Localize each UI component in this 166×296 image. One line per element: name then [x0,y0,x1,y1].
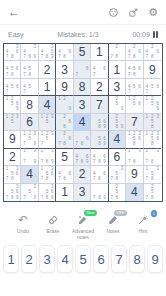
pencil-marks: 4578 [22,62,37,77]
pencil-marks: 1256 [127,97,142,112]
cell-r4c5[interactable]: 3 [74,96,91,113]
digit: 1 [61,186,68,198]
pencil-marks: 24678 [127,45,142,60]
notes-label: Notes [106,228,119,234]
undo-label: Undo [17,228,29,234]
pencil-marks: 4678 [57,167,72,182]
cell-r5c8[interactable]: 7 [126,114,143,131]
cell-r2c3[interactable]: 2 [39,61,56,78]
cell-r8c4[interactable]: 4678 [56,166,73,183]
cell-r4c7[interactable]: 259 [109,96,126,113]
advanced-notes-badge: New [84,210,97,216]
numpad-2[interactable]: 2 [21,245,37,273]
cell-r4c3[interactable]: 4 [39,96,56,113]
cell-r2c7[interactable]: 1 [109,61,126,78]
pencil-marks: 356789 [5,184,20,200]
mistakes-counter: Mistakes: 1/3 [57,31,98,38]
cell-r1c3[interactable]: 346789 [39,44,56,61]
cell-r9c6[interactable]: 789 [91,184,108,201]
cell-r5c2[interactable]: 6 [21,114,38,131]
numpad: 123456789 [0,245,166,273]
hint-icon [137,213,149,226]
cell-r7c4[interactable]: 5 [56,149,73,166]
pencil-marks: 678 [74,132,89,147]
cell-r7c9[interactable]: 1378 [144,149,161,166]
pencil-marks: 4567 [144,79,160,94]
digit: 3 [79,99,86,111]
cell-r2c2[interactable]: 4578 [21,61,38,78]
digit: 6 [26,116,33,128]
numpad-5[interactable]: 5 [75,245,91,273]
cell-r2c1[interactable]: 45678 [4,61,21,78]
cell-r2c6[interactable]: 467 [91,61,108,78]
cell-r4c2[interactable]: 8 [21,96,38,113]
digit: 6 [114,151,121,163]
digit: 7 [131,116,138,128]
cell-r6c7[interactable]: 4 [109,131,126,148]
cell-r9c7[interactable]: 2578 [109,184,126,201]
cell-r3c8[interactable]: 4567 [126,79,143,96]
cell-r9c8[interactable]: 4 [126,184,143,201]
digit: 2 [96,81,103,93]
cell-r7c8[interactable]: 1378 [126,149,143,166]
pencil-marks: 135678 [5,167,20,182]
digit: 4 [79,116,86,128]
numpad-3[interactable]: 3 [39,245,55,273]
undo-icon: ↶ [18,213,28,226]
pencil-marks: 129 [57,97,72,112]
cell-r3c3[interactable]: 1 [39,79,56,96]
pencil-marks: 123568 [127,132,142,147]
digit: 9 [131,168,138,180]
pencil-marks: 1379 [22,149,37,164]
cell-r1c1[interactable]: 34678 [4,44,21,61]
difficulty-label: Easy [8,31,24,38]
pencil-marks: 46789 [92,149,107,164]
cell-r2c9[interactable]: 9 [144,61,161,78]
pencil-marks: 3579 [22,184,37,200]
pencil-marks: 1235 [39,114,54,129]
cell-r5c9[interactable]: 12358 [144,114,161,131]
digit: 9 [149,64,156,76]
pencil-marks: 2678 [57,132,72,147]
digit: 3 [79,186,86,198]
pencil-marks: 12569 [5,97,20,112]
pencil-marks: 4678 [57,45,72,60]
cell-r4c4[interactable]: 129 [56,96,73,113]
cell-r4c1[interactable]: 12569 [4,96,21,113]
cell-r3c2[interactable]: 457 [21,79,38,96]
cell-r5c1[interactable]: 1235 [4,114,21,131]
settings-icon[interactable]: ⚙ [148,7,158,18]
digit: 1 [114,64,121,76]
digit: 2 [44,64,51,76]
hint-label: Hint [139,228,148,234]
sudoku-grid: 3467834789346789467851278246782467845678… [4,44,161,201]
cell-r2c4[interactable]: 3 [56,61,73,78]
pencil-marks: 789 [92,184,107,200]
cell-r3c5[interactable]: 8 [74,79,91,96]
pencil-marks: 45678 [127,62,142,77]
advanced-notes-button[interactable]: New Advanced notes [68,213,98,240]
pencil-marks: 268 [57,114,72,129]
digit: 9 [9,133,16,145]
notes-badge: OFF [114,210,127,216]
timer: 00:09 [132,31,150,38]
cell-r1c7[interactable]: 278 [109,44,126,61]
cell-r6c8[interactable]: 123568 [126,131,143,148]
cell-r9c4[interactable]: 1 [56,184,73,201]
cell-r6c6[interactable]: 5689 [91,131,108,148]
cell-r3c4[interactable]: 9 [56,79,73,96]
cell-r1c4[interactable]: 4678 [56,44,73,61]
cell-r6c3[interactable]: 12357 [39,131,56,148]
erase-label: Erase [46,228,59,234]
pencil-marks: 457 [22,79,37,94]
palette-icon[interactable] [108,7,119,18]
game-header: Easy Mistakes: 1/3 00:09 [0,25,166,43]
pencil-marks: 467 [92,62,107,77]
cell-r9c2[interactable]: 3579 [21,184,38,201]
cell-r1c2[interactable]: 34789 [21,44,38,61]
hint-badge: 1 [151,210,157,217]
digit: 8 [79,81,86,93]
digit: 1 [44,81,51,93]
cell-r3c9[interactable]: 4567 [144,79,161,96]
cell-r8c8[interactable]: 9 [126,166,143,183]
pencil-marks: 346789 [39,45,54,60]
pencil-marks: 1235 [5,114,20,129]
cell-r7c1[interactable]: 2 [4,149,21,166]
cell-r9c9[interactable]: 2578 [144,184,161,201]
numpad-1[interactable]: 1 [3,245,19,273]
eraser-icon [47,213,59,226]
pencil-marks: 4678 [92,167,107,182]
pencil-marks: 278 [109,45,124,60]
digit: 2 [9,151,16,163]
numpad-6[interactable]: 6 [93,245,109,273]
digit: 4 [44,99,51,111]
pencil-marks: 2589 [109,114,124,129]
cell-r8c1[interactable]: 135678 [4,166,21,183]
pencil-marks: 2578 [109,184,124,200]
cell-r8c6[interactable]: 4678 [91,166,108,183]
cell-r7c7[interactable]: 6 [109,149,126,166]
digit: 3 [114,81,121,93]
pencil-marks: 1378 [144,149,160,164]
cell-r1c6[interactable]: 1 [91,44,108,61]
cell-r1c5[interactable]: 5 [74,44,91,61]
pencil-marks: 24678 [144,45,160,60]
digit: 8 [26,99,33,111]
pencil-marks: 13789 [39,149,54,164]
pencil-marks: 12357 [39,132,54,147]
notes-button[interactable]: OFF Notes [98,213,128,240]
numpad-4[interactable]: 4 [57,245,73,273]
pencil-marks: 356789 [39,184,54,200]
digit: 9 [61,81,68,93]
pencil-marks: 135678 [39,167,54,182]
cell-r8c2[interactable]: 4 [21,166,38,183]
pencil-marks: 34789 [22,45,37,60]
cell-r5c4[interactable]: 268 [56,114,73,131]
top-bar: ← ⚙ [0,0,166,25]
cell-r8c7[interactable]: 3578 [109,166,126,183]
cell-r3c6[interactable]: 2 [91,79,108,96]
cell-r5c5[interactable]: 4 [74,114,91,131]
cell-r5c6[interactable]: 5689 [91,114,108,131]
digit: 5 [61,151,68,163]
advanced-notes-label: Advanced notes [68,228,98,240]
share-icon[interactable] [128,7,139,18]
cell-r4c6[interactable]: 7 [91,96,108,113]
pencil-marks: 45678 [5,62,20,77]
pencil-marks: 13578 [144,167,160,182]
cell-r1c8[interactable]: 24678 [126,44,143,61]
pencil-marks: 34678 [5,45,20,60]
cell-r6c1[interactable]: 9 [4,131,21,148]
digit: 5 [79,46,86,58]
cell-r9c5[interactable]: 3 [74,184,91,201]
erase-button[interactable]: Erase [38,213,68,240]
cell-r8c3[interactable]: 135678 [39,166,56,183]
pencil-marks: 123579 [22,132,37,147]
cell-r1c9[interactable]: 24678 [144,44,161,61]
cell-r7c3[interactable]: 13789 [39,149,56,166]
cell-r7c2[interactable]: 1379 [21,149,38,166]
cell-r4c9[interactable]: 12569 [144,96,161,113]
digit: 1 [96,46,103,58]
digit: 3 [61,64,68,76]
sudoku-board: 3467834789346789467851278246782467845678… [3,43,163,202]
cell-r8c5[interactable]: 2 [74,166,91,183]
cell-r7c6[interactable]: 46789 [91,149,108,166]
pencil-marks: 4567 [127,79,142,94]
pause-icon[interactable] [153,31,158,38]
pencil-marks: 259 [109,97,124,112]
cell-r9c1[interactable]: 356789 [4,184,21,201]
cell-r6c9[interactable]: 123568 [144,131,161,148]
pencil-marks: 3578 [109,167,124,182]
cell-r7c5[interactable]: 46789 [74,149,91,166]
cell-r3c1[interactable]: 4567 [4,79,21,96]
digit: 4 [26,168,33,180]
cell-r6c4[interactable]: 2678 [56,131,73,148]
cell-r2c8[interactable]: 45678 [126,61,143,78]
pencil-marks: 1378 [127,149,142,164]
back-icon[interactable]: ← [8,6,20,18]
cell-r5c7[interactable]: 2589 [109,114,126,131]
pencil-marks: 12358 [144,114,160,129]
pencil-marks: 123568 [144,132,160,147]
numpad-8[interactable]: 8 [129,245,145,273]
cell-r2c5[interactable]: 67 [74,61,91,78]
pencil-marks: 2578 [144,184,160,200]
pencil-marks: 5689 [92,114,107,129]
digit: 4 [131,186,138,198]
cell-r4c8[interactable]: 1256 [126,96,143,113]
numpad-7[interactable]: 7 [111,245,127,273]
cell-r6c5[interactable]: 678 [74,131,91,148]
cell-r9c3[interactable]: 356789 [39,184,56,201]
pencil-marks: 67 [74,62,89,77]
digit: 2 [79,168,86,180]
digit: 7 [96,99,103,111]
pencil-marks: 4567 [5,79,20,94]
cell-r5c3[interactable]: 1235 [39,114,56,131]
cell-r6c2[interactable]: 123579 [21,131,38,148]
cell-r8c9[interactable]: 13578 [144,166,161,183]
numpad-9[interactable]: 9 [147,245,163,273]
pencil-marks: 5689 [92,132,107,147]
pencil-marks: 12569 [144,97,160,112]
pencil-marks: 46789 [74,149,89,164]
toolbar: ↶ Undo Erase New Advanced notes OFF [0,213,166,240]
undo-button[interactable]: ↶ Undo [8,213,38,240]
hint-button[interactable]: 1 Hint [128,213,158,240]
cell-r3c7[interactable]: 3 [109,79,126,96]
digit: 4 [114,133,121,145]
